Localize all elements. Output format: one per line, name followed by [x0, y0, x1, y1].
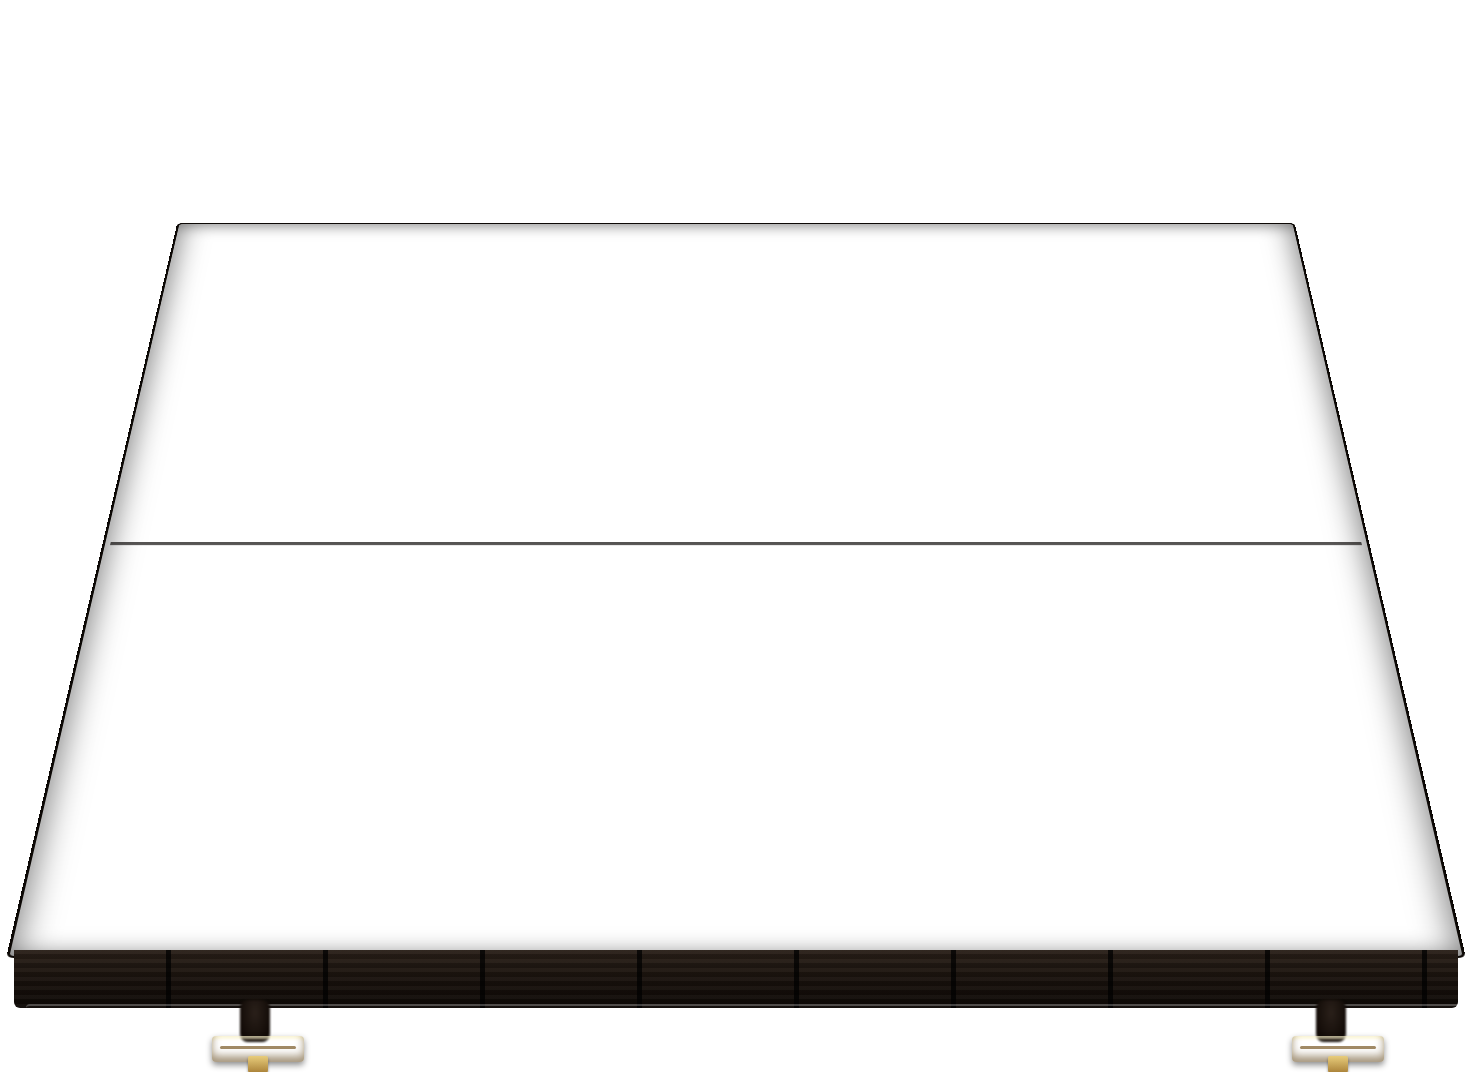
clasp-tongue — [1328, 1056, 1348, 1072]
file-labels-top — [240, 228, 1236, 257]
chess-set-product-photo — [0, 0, 1472, 1072]
brass-clasp-left — [212, 1036, 304, 1062]
board-fold-seam — [110, 542, 1362, 545]
board-squares — [108, 256, 1371, 906]
clasp-tongue — [248, 1056, 268, 1072]
file-labels-bottom — [98, 907, 1380, 954]
board-frame — [6, 223, 1466, 958]
brass-clasp-right — [1292, 1036, 1384, 1062]
chessboard — [6, 223, 1466, 958]
board-side-edge — [14, 950, 1458, 1008]
